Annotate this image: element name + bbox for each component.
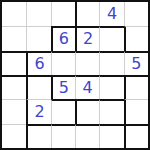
given-digit: 6 <box>34 56 44 72</box>
cell-r1c0[interactable] <box>2 26 26 50</box>
cell-r4c4[interactable] <box>99 99 123 123</box>
given-digit: 6 <box>59 31 69 47</box>
cell-r3c2[interactable]: 5 <box>51 75 75 99</box>
cell-r5c1[interactable] <box>26 124 50 148</box>
cell-r3c1[interactable] <box>26 75 50 99</box>
cell-r0c3[interactable] <box>75 2 99 26</box>
cell-r4c5[interactable] <box>124 99 148 123</box>
cell-r5c5[interactable] <box>124 124 148 148</box>
given-digit: 4 <box>107 6 117 22</box>
cell-r5c4[interactable] <box>99 124 123 148</box>
given-digit: 5 <box>59 80 69 96</box>
given-digit: 5 <box>131 56 141 72</box>
given-digit: 2 <box>83 31 93 47</box>
cell-r0c0[interactable] <box>2 2 26 26</box>
given-digit: 4 <box>83 80 93 96</box>
cell-r2c0[interactable] <box>2 51 26 75</box>
cell-r2c2[interactable] <box>51 51 75 75</box>
cell-r1c1[interactable] <box>26 26 50 50</box>
cell-r2c3[interactable] <box>75 51 99 75</box>
cell-r3c3[interactable]: 4 <box>75 75 99 99</box>
given-digit: 2 <box>34 104 44 120</box>
cell-r1c5[interactable] <box>124 26 148 50</box>
cell-r1c4[interactable] <box>99 26 123 50</box>
cell-r3c5[interactable] <box>124 75 148 99</box>
cell-r5c2[interactable] <box>51 124 75 148</box>
cell-r4c1[interactable]: 2 <box>26 99 50 123</box>
cell-r1c2[interactable]: 6 <box>51 26 75 50</box>
cell-r2c1[interactable]: 6 <box>26 51 50 75</box>
cell-r5c3[interactable] <box>75 124 99 148</box>
cell-r0c5[interactable] <box>124 2 148 26</box>
cell-r2c4[interactable] <box>99 51 123 75</box>
cell-r4c0[interactable] <box>2 99 26 123</box>
cell-r1c3[interactable]: 2 <box>75 26 99 50</box>
cell-r5c0[interactable] <box>2 124 26 148</box>
cell-r0c2[interactable] <box>51 2 75 26</box>
cell-r4c3[interactable] <box>75 99 99 123</box>
cell-r4c2[interactable] <box>51 99 75 123</box>
cell-r0c1[interactable] <box>26 2 50 26</box>
cell-r3c0[interactable] <box>2 75 26 99</box>
cell-r3c4[interactable] <box>99 75 123 99</box>
puzzle-board: 46265542 <box>0 0 150 150</box>
cell-r0c4[interactable]: 4 <box>99 2 123 26</box>
cell-r2c5[interactable]: 5 <box>124 51 148 75</box>
